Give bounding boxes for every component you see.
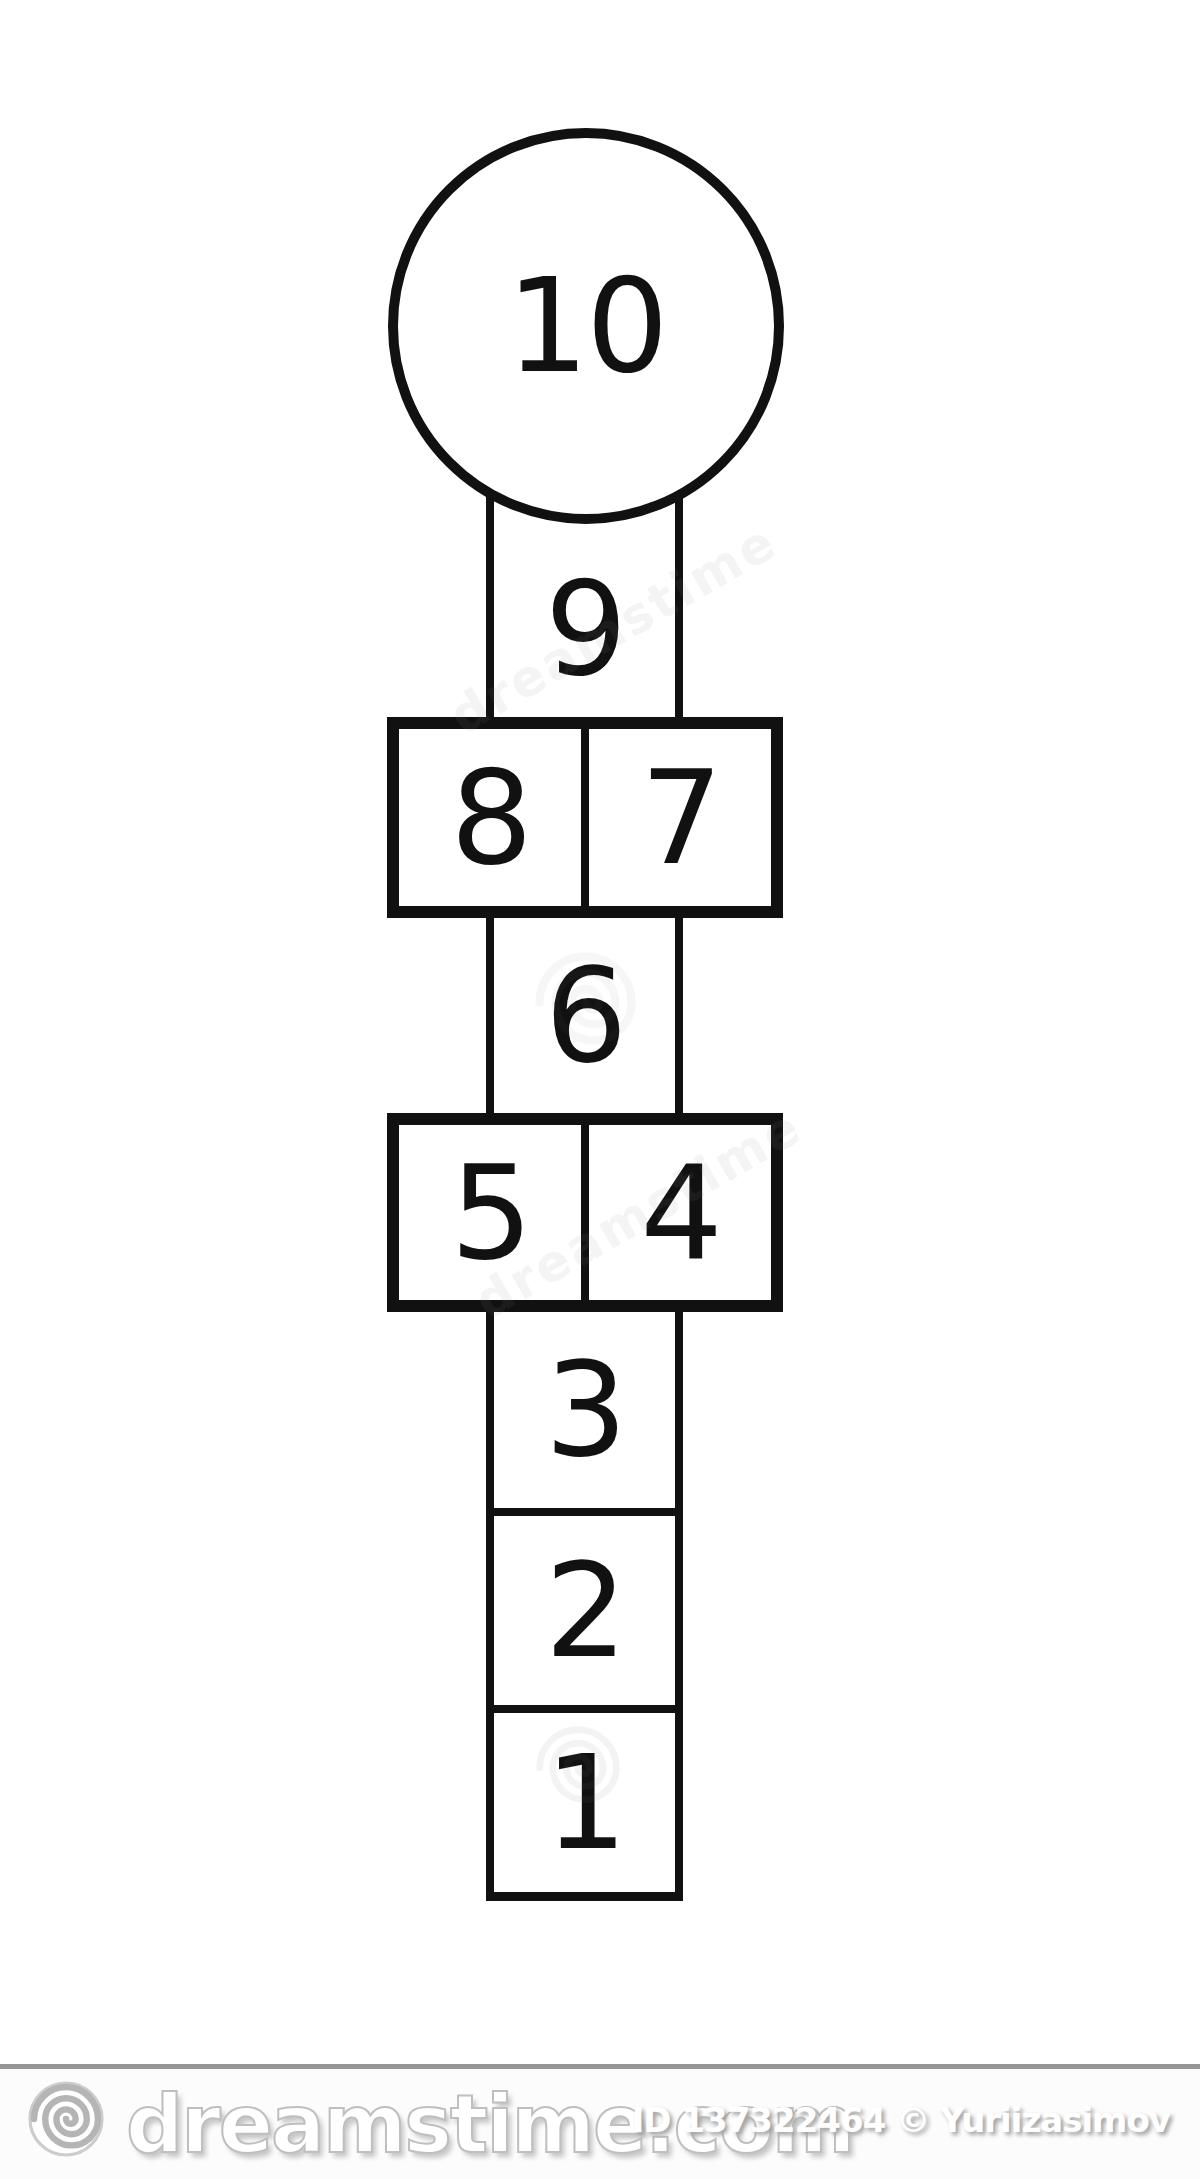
cell-7-number: 7 (640, 753, 720, 883)
row-8-7: 8 7 (387, 717, 783, 918)
cell-2: 2 (486, 1508, 683, 1705)
dreamstime-spiral-logo-icon (26, 2079, 106, 2159)
faint-spiral-watermark-icon (528, 945, 643, 1060)
cell-2-number: 2 (545, 1546, 625, 1676)
cell-10-number: 10 (506, 261, 665, 391)
cell-8: 8 (399, 729, 581, 906)
watermark-bar: dreamstime.com ID 137322464 © Yuriizasim… (0, 2069, 1200, 2179)
cell-10-circle: 10 (388, 128, 784, 524)
row-8-7-divider-line (581, 729, 589, 906)
hopscotch-court-diagram: dreamstime dreamstime 9 8 7 6 5 4 3 2 1 … (0, 0, 1200, 2179)
faint-spiral-watermark-icon (530, 1720, 626, 1816)
cell-3: 3 (486, 1312, 683, 1508)
image-credit-text: ID 137322464 © Yuriizasimov (632, 2103, 1170, 2137)
cell-8-number: 8 (450, 753, 530, 883)
cell-3-number: 3 (545, 1345, 625, 1475)
cell-7: 7 (589, 729, 771, 906)
